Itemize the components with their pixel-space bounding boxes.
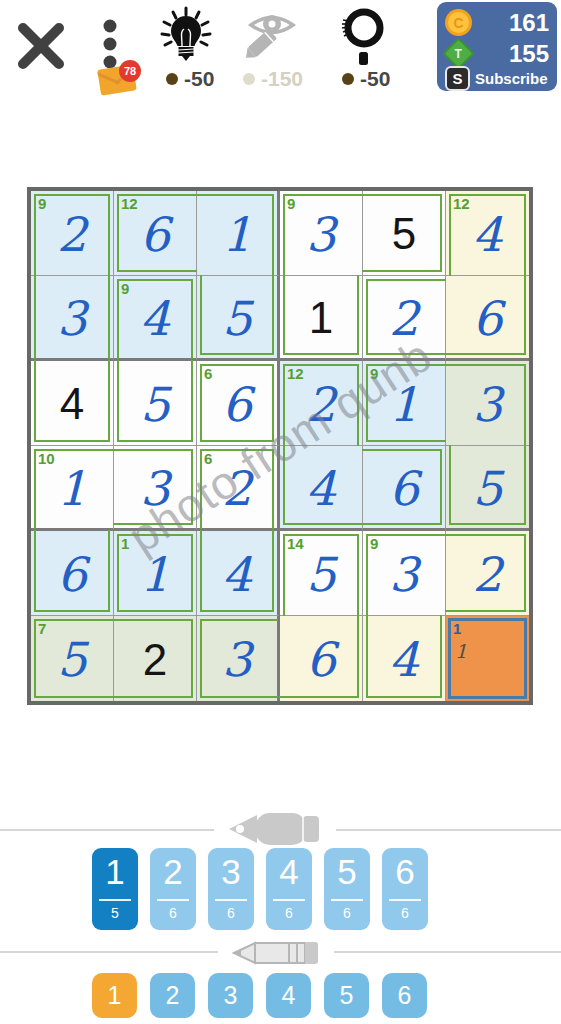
cell-r5c5[interactable]: 93 <box>363 531 446 616</box>
cell-r6c3[interactable]: 3 <box>197 616 280 701</box>
cage-sum-label: 9 <box>287 195 295 212</box>
key-count: 6 <box>324 905 370 921</box>
cell-r2c6[interactable]: 6 <box>446 276 529 361</box>
hint-bulb-cost: -50 <box>166 67 214 91</box>
wallet-panel[interactable]: C 161 T 155 S Subscribe <box>437 2 557 91</box>
key-separator <box>157 899 189 901</box>
pen-key-6[interactable]: 66 <box>382 848 428 930</box>
cell-r4c3[interactable]: 62 <box>197 446 280 531</box>
given-digit: 5 <box>363 191 445 275</box>
close-icon[interactable] <box>17 22 65 70</box>
pencil-numpad: 123456 <box>92 973 427 1018</box>
pencil-icon <box>218 938 334 972</box>
subscribe-s-icon: S <box>445 66 470 91</box>
entered-digit: 5 <box>114 361 196 445</box>
key-digit: 5 <box>324 851 370 893</box>
pencil-key-6[interactable]: 6 <box>382 973 427 1018</box>
key-count: 6 <box>382 905 428 921</box>
key-count: 5 <box>92 905 138 921</box>
pen-icon <box>214 811 336 851</box>
cell-r5c1[interactable]: 6 <box>31 531 114 616</box>
cell-r6c4[interactable]: 6 <box>280 616 363 701</box>
pencil-mark: 1 <box>455 640 467 662</box>
gem-balance: 155 <box>472 42 549 66</box>
cell-r6c6[interactable]: 11 <box>446 616 529 701</box>
key-digit: 6 <box>382 851 428 893</box>
cell-r1c3[interactable]: 1 <box>197 191 280 276</box>
cell-r2c1[interactable]: 3 <box>31 276 114 361</box>
key-digit: 4 <box>266 851 312 893</box>
given-digit: 2 <box>114 616 196 701</box>
key-count: 6 <box>208 905 254 921</box>
pen-key-2[interactable]: 26 <box>150 848 196 930</box>
key-separator <box>331 899 363 901</box>
cage-sum-label: 14 <box>287 535 304 552</box>
cell-r2c5[interactable]: 2 <box>363 276 446 361</box>
given-digit: 1 <box>280 276 362 358</box>
cell-r4c5[interactable]: 6 <box>363 446 446 531</box>
killer-sudoku-board: 9212619351243945126456612291310136246561… <box>27 187 533 705</box>
pencil-key-2[interactable]: 2 <box>150 973 195 1018</box>
entered-digit: 2 <box>446 531 529 615</box>
coin-dot-icon <box>243 73 255 85</box>
cell-r3c4[interactable]: 122 <box>280 361 363 446</box>
entered-digit: 6 <box>363 446 445 528</box>
cage-sum-label: 12 <box>287 365 304 382</box>
cage-sum-label: 7 <box>38 620 46 637</box>
cell-r6c1[interactable]: 75 <box>31 616 114 701</box>
pen-key-5[interactable]: 56 <box>324 848 370 930</box>
key-separator <box>273 899 305 901</box>
cell-r6c5[interactable]: 4 <box>363 616 446 701</box>
entered-digit: 4 <box>280 446 362 528</box>
entered-digit: 6 <box>280 616 362 701</box>
pencil-key-5[interactable]: 5 <box>324 973 369 1018</box>
cage-sum-label: 9 <box>121 280 129 297</box>
cell-r4c6[interactable]: 5 <box>446 446 529 531</box>
killer-sudoku-screen: 78 -50 <box>0 0 561 1024</box>
cell-r4c2[interactable]: 3 <box>114 446 197 531</box>
check-eye-pencil-icon[interactable] <box>243 8 301 64</box>
key-digit: 3 <box>208 851 254 893</box>
cell-r2c3[interactable]: 5 <box>197 276 280 361</box>
coin-dot-icon <box>342 73 354 85</box>
entered-digit: 1 <box>197 191 277 275</box>
cell-r1c4[interactable]: 93 <box>280 191 363 276</box>
key-separator <box>215 899 247 901</box>
hint-bulb-icon[interactable] <box>160 6 212 64</box>
pen-numpad: 152636465666 <box>92 848 428 930</box>
entered-digit: 6 <box>31 531 113 615</box>
cage-sum-label: 12 <box>453 195 470 212</box>
cage-sum-label: 1 <box>121 535 129 552</box>
cell-r5c2[interactable]: 11 <box>114 531 197 616</box>
entered-digit: 3 <box>114 446 196 528</box>
cage-sum-label: 6 <box>204 365 212 382</box>
entered-digit: 3 <box>446 361 529 445</box>
cell-r3c2[interactable]: 5 <box>114 361 197 446</box>
gem-icon: T <box>442 37 475 70</box>
cage-sum-label: 10 <box>38 450 55 467</box>
cell-r4c1[interactable]: 101 <box>31 446 114 531</box>
cell-r5c4[interactable]: 145 <box>280 531 363 616</box>
coin-icon: C <box>445 9 472 36</box>
pen-key-4[interactable]: 46 <box>266 848 312 930</box>
key-count: 6 <box>150 905 196 921</box>
cage-sum-label: 6 <box>204 450 212 467</box>
entered-digit: 2 <box>363 276 445 358</box>
cage-sum-label: 1 <box>453 620 461 637</box>
entered-digit: 5 <box>197 276 277 358</box>
subscribe-label[interactable]: Subscribe <box>475 70 548 87</box>
entered-digit: 3 <box>197 616 277 701</box>
cell-r5c6[interactable]: 2 <box>446 531 529 616</box>
entered-digit: 3 <box>31 276 113 358</box>
given-digit: 4 <box>31 361 113 445</box>
cell-r6c2[interactable]: 2 <box>114 616 197 701</box>
cell-r4c4[interactable]: 4 <box>280 446 363 531</box>
check-eye-pencil-cost: -150 <box>243 67 303 91</box>
cell-r1c2[interactable]: 126 <box>114 191 197 276</box>
cage-sum-label: 9 <box>370 535 378 552</box>
cell-r3c5[interactable]: 91 <box>363 361 446 446</box>
cell-r2c2[interactable]: 94 <box>114 276 197 361</box>
entered-digit: 6 <box>446 276 529 358</box>
key-separator <box>389 899 421 901</box>
reveal-magnifier-cost: -50 <box>342 67 390 91</box>
cage-sum-label: 9 <box>38 195 46 212</box>
cell-r1c6[interactable]: 124 <box>446 191 529 276</box>
cage-sum-label: 9 <box>370 365 378 382</box>
entered-digit: 4 <box>363 616 445 701</box>
menu-dots-icon[interactable] <box>102 19 118 69</box>
pencil-key-3[interactable]: 3 <box>208 973 253 1018</box>
cell-r1c1[interactable]: 92 <box>31 191 114 276</box>
key-digit: 1 <box>92 851 138 893</box>
coin-balance: 161 <box>472 11 549 35</box>
cell-r3c6[interactable]: 3 <box>446 361 529 446</box>
reveal-magnifier-icon[interactable] <box>336 6 388 66</box>
mail-badge: 78 <box>119 60 141 82</box>
pen-key-1[interactable]: 15 <box>92 848 138 930</box>
cell-r3c1[interactable]: 4 <box>31 361 114 446</box>
cell-r2c4[interactable]: 1 <box>280 276 363 361</box>
cell-r1c5[interactable]: 5 <box>363 191 446 276</box>
pencil-key-1[interactable]: 1 <box>92 973 137 1018</box>
cage-sum-label: 12 <box>121 195 138 212</box>
key-count: 6 <box>266 905 312 921</box>
cell-r3c3[interactable]: 66 <box>197 361 280 446</box>
pencil-key-4[interactable]: 4 <box>266 973 311 1018</box>
entered-digit: 4 <box>197 531 277 615</box>
entered-digit: 5 <box>446 446 529 528</box>
pen-key-3[interactable]: 36 <box>208 848 254 930</box>
coin-dot-icon <box>166 73 178 85</box>
key-digit: 2 <box>150 851 196 893</box>
key-separator <box>99 899 131 901</box>
cell-r5c3[interactable]: 4 <box>197 531 280 616</box>
